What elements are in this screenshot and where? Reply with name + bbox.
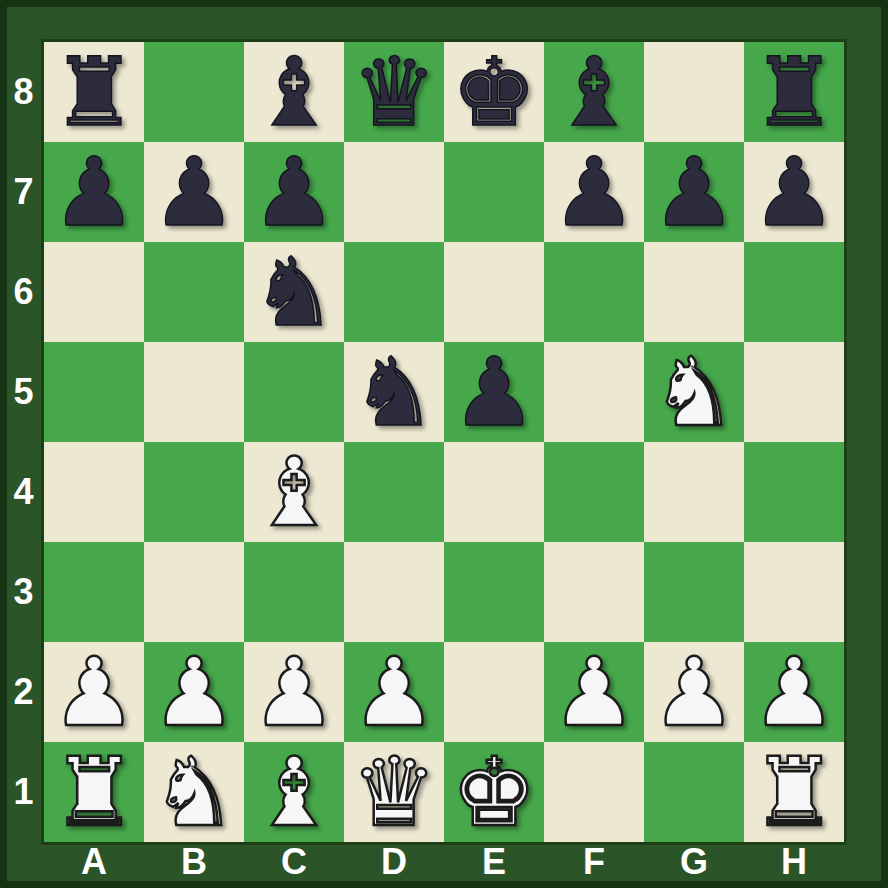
square-g8[interactable] xyxy=(644,42,744,142)
square-h1[interactable]: ♜ xyxy=(744,742,844,842)
square-e4[interactable] xyxy=(444,442,544,542)
square-a7[interactable]: ♟ xyxy=(44,142,144,242)
rank-label-1: 1 xyxy=(0,742,44,842)
square-e6[interactable] xyxy=(444,242,544,342)
square-h7[interactable]: ♟ xyxy=(744,142,844,242)
piece-white-king[interactable]: ♚ xyxy=(451,742,536,842)
square-g1[interactable] xyxy=(644,742,744,842)
square-b8[interactable] xyxy=(144,42,244,142)
piece-black-rook[interactable]: ♜ xyxy=(51,42,136,142)
square-b1[interactable]: ♞ xyxy=(144,742,244,842)
square-b5[interactable] xyxy=(144,342,244,442)
square-h3[interactable] xyxy=(744,542,844,642)
rank-label-3: 3 xyxy=(0,542,44,642)
file-label-a: A xyxy=(44,843,144,881)
square-c2[interactable]: ♟ xyxy=(244,642,344,742)
square-c6[interactable]: ♞ xyxy=(244,242,344,342)
chess-board-frame: 87654321 ♜♝♛♚♝♜♟♟♟♟♟♟♞♞♟♞♝♟♟♟♟♟♟♟♜♞♝♛♚♜ … xyxy=(0,0,888,888)
piece-white-rook[interactable]: ♜ xyxy=(51,742,136,842)
square-b7[interactable]: ♟ xyxy=(144,142,244,242)
file-label-d: D xyxy=(344,843,444,881)
piece-black-pawn[interactable]: ♟ xyxy=(251,142,336,242)
file-label-f: F xyxy=(544,843,644,881)
square-a8[interactable]: ♜ xyxy=(44,42,144,142)
square-f1[interactable] xyxy=(544,742,644,842)
square-h2[interactable]: ♟ xyxy=(744,642,844,742)
square-g6[interactable] xyxy=(644,242,744,342)
rank-label-2: 2 xyxy=(0,642,44,742)
square-e3[interactable] xyxy=(444,542,544,642)
rank-labels: 87654321 xyxy=(0,42,44,842)
file-label-e: E xyxy=(444,843,544,881)
square-b2[interactable]: ♟ xyxy=(144,642,244,742)
piece-white-pawn[interactable]: ♟ xyxy=(51,642,136,742)
square-c5[interactable] xyxy=(244,342,344,442)
square-f7[interactable]: ♟ xyxy=(544,142,644,242)
square-f8[interactable]: ♝ xyxy=(544,42,644,142)
piece-black-knight[interactable]: ♞ xyxy=(251,242,336,342)
square-a3[interactable] xyxy=(44,542,144,642)
square-f2[interactable]: ♟ xyxy=(544,642,644,742)
square-e5[interactable]: ♟ xyxy=(444,342,544,442)
piece-black-pawn[interactable]: ♟ xyxy=(651,142,736,242)
piece-black-pawn[interactable]: ♟ xyxy=(551,142,636,242)
piece-white-pawn[interactable]: ♟ xyxy=(351,642,436,742)
square-g3[interactable] xyxy=(644,542,744,642)
rank-label-6: 6 xyxy=(0,242,44,342)
piece-white-pawn[interactable]: ♟ xyxy=(551,642,636,742)
piece-white-knight[interactable]: ♞ xyxy=(651,342,736,442)
piece-black-rook[interactable]: ♜ xyxy=(751,42,836,142)
square-h5[interactable] xyxy=(744,342,844,442)
file-label-g: G xyxy=(644,843,744,881)
square-d4[interactable] xyxy=(344,442,444,542)
square-b6[interactable] xyxy=(144,242,244,342)
square-d1[interactable]: ♛ xyxy=(344,742,444,842)
rank-label-5: 5 xyxy=(0,342,44,442)
square-d5[interactable]: ♞ xyxy=(344,342,444,442)
square-g5[interactable]: ♞ xyxy=(644,342,744,442)
square-d3[interactable] xyxy=(344,542,444,642)
square-g4[interactable] xyxy=(644,442,744,542)
piece-black-knight[interactable]: ♞ xyxy=(351,342,436,442)
square-g7[interactable]: ♟ xyxy=(644,142,744,242)
square-f6[interactable] xyxy=(544,242,644,342)
piece-white-queen[interactable]: ♛ xyxy=(351,742,436,842)
square-a2[interactable]: ♟ xyxy=(44,642,144,742)
piece-white-rook[interactable]: ♜ xyxy=(751,742,836,842)
square-e7[interactable] xyxy=(444,142,544,242)
square-c4[interactable]: ♝ xyxy=(244,442,344,542)
square-f3[interactable] xyxy=(544,542,644,642)
square-e2[interactable] xyxy=(444,642,544,742)
rank-label-4: 4 xyxy=(0,442,44,542)
square-c3[interactable] xyxy=(244,542,344,642)
square-b3[interactable] xyxy=(144,542,244,642)
file-labels: ABCDEFGH xyxy=(44,843,844,881)
square-a6[interactable] xyxy=(44,242,144,342)
rank-label-8: 8 xyxy=(0,42,44,142)
square-h4[interactable] xyxy=(744,442,844,542)
square-e1[interactable]: ♚ xyxy=(444,742,544,842)
piece-white-pawn[interactable]: ♟ xyxy=(251,642,336,742)
piece-black-king[interactable]: ♚ xyxy=(451,42,536,142)
piece-white-bishop[interactable]: ♝ xyxy=(251,442,336,542)
square-f5[interactable] xyxy=(544,342,644,442)
piece-white-pawn[interactable]: ♟ xyxy=(751,642,836,742)
square-d8[interactable]: ♛ xyxy=(344,42,444,142)
piece-black-bishop[interactable]: ♝ xyxy=(551,42,636,142)
file-label-h: H xyxy=(744,843,844,881)
piece-black-pawn[interactable]: ♟ xyxy=(151,142,236,242)
piece-white-knight[interactable]: ♞ xyxy=(151,742,236,842)
piece-black-bishop[interactable]: ♝ xyxy=(251,42,336,142)
square-a5[interactable] xyxy=(44,342,144,442)
piece-black-queen[interactable]: ♛ xyxy=(351,42,436,142)
file-label-b: B xyxy=(144,843,244,881)
piece-black-pawn[interactable]: ♟ xyxy=(451,342,536,442)
square-c1[interactable]: ♝ xyxy=(244,742,344,842)
rank-label-7: 7 xyxy=(0,142,44,242)
piece-white-pawn[interactable]: ♟ xyxy=(151,642,236,742)
square-d7[interactable] xyxy=(344,142,444,242)
square-f4[interactable] xyxy=(544,442,644,542)
square-e8[interactable]: ♚ xyxy=(444,42,544,142)
square-b4[interactable] xyxy=(144,442,244,542)
square-d6[interactable] xyxy=(344,242,444,342)
piece-white-pawn[interactable]: ♟ xyxy=(651,642,736,742)
piece-white-bishop[interactable]: ♝ xyxy=(251,742,336,842)
piece-black-pawn[interactable]: ♟ xyxy=(751,142,836,242)
piece-black-pawn[interactable]: ♟ xyxy=(51,142,136,242)
square-a1[interactable]: ♜ xyxy=(44,742,144,842)
square-g2[interactable]: ♟ xyxy=(644,642,744,742)
square-c8[interactable]: ♝ xyxy=(244,42,344,142)
square-d2[interactable]: ♟ xyxy=(344,642,444,742)
square-h8[interactable]: ♜ xyxy=(744,42,844,142)
square-a4[interactable] xyxy=(44,442,144,542)
square-h6[interactable] xyxy=(744,242,844,342)
chess-board[interactable]: ♜♝♛♚♝♜♟♟♟♟♟♟♞♞♟♞♝♟♟♟♟♟♟♟♜♞♝♛♚♜ xyxy=(44,42,844,842)
file-label-c: C xyxy=(244,843,344,881)
square-c7[interactable]: ♟ xyxy=(244,142,344,242)
